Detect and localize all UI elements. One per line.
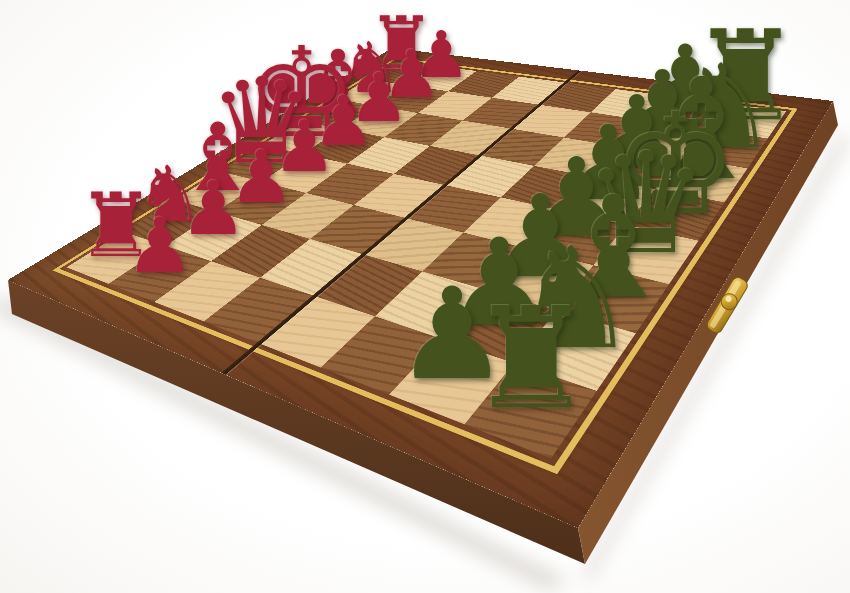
piece-green-rook-a1[interactable]: ♜ [461, 289, 601, 429]
piece-red-pawn-a7[interactable]: ♟ [122, 208, 198, 284]
product-photo-chess-set: { "game": "chess", "scene": { "descripti… [0, 0, 850, 593]
